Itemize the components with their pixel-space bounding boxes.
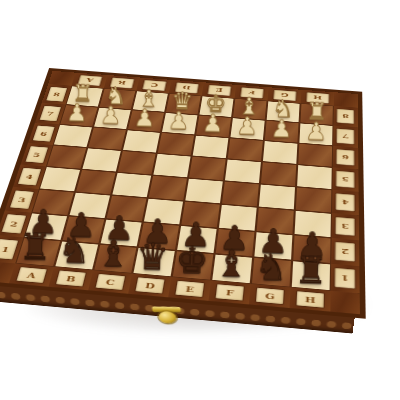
square-c6[interactable] — [122, 130, 161, 154]
piece-light-pawn-g7[interactable]: ♟ — [270, 118, 292, 141]
chess-board: ABCDEFGH8♜♞♝♛♚♝♞♜87♟♟♟♟♟♟♟♟7665544332♟♟♟… — [14, 4, 363, 353]
board-surface: ABCDEFGH8♜♞♝♛♚♝♞♜87♟♟♟♟♟♟♟♟7665544332♟♟♟… — [0, 71, 360, 314]
coordinate-chip: 6 — [33, 126, 54, 142]
square-c4[interactable] — [111, 172, 152, 198]
square-h7[interactable]: ♟ — [298, 123, 333, 146]
square-g6[interactable] — [262, 140, 298, 164]
square-e6[interactable] — [192, 135, 230, 159]
rank-label-right-4: 4 — [332, 190, 359, 216]
square-a7[interactable]: ♟ — [59, 105, 98, 127]
coordinate-chip: 1 — [0, 239, 18, 259]
frame-corner — [330, 291, 360, 314]
square-c5[interactable] — [117, 150, 157, 175]
coordinate-chip: 7 — [40, 106, 61, 121]
coordinate-chip: 3 — [336, 217, 355, 236]
coordinate-chip: D — [135, 277, 165, 293]
coordinate-chip: C — [95, 274, 125, 290]
square-g5[interactable] — [260, 162, 297, 187]
square-g1[interactable]: ♞ — [251, 257, 292, 287]
rank-label-right-7: 7 — [333, 125, 358, 147]
square-h6[interactable] — [297, 143, 333, 167]
piece-dark-knight-b1[interactable]: ♞ — [58, 232, 91, 267]
square-f6[interactable] — [227, 138, 264, 162]
square-g4[interactable] — [258, 184, 296, 210]
square-h4[interactable] — [295, 187, 333, 213]
square-h1[interactable]: ♜ — [291, 260, 332, 291]
square-e4[interactable] — [184, 178, 224, 204]
square-f1[interactable]: ♝ — [211, 254, 253, 284]
square-b5[interactable] — [81, 148, 122, 173]
piece-dark-bishop-f1[interactable]: ♝ — [215, 246, 249, 281]
square-d4[interactable] — [148, 175, 188, 201]
board-grid: ABCDEFGH8♜♞♝♛♚♝♞♜87♟♟♟♟♟♟♟♟7665544332♟♟♟… — [0, 71, 360, 314]
square-g7[interactable]: ♟ — [264, 120, 300, 143]
square-e5[interactable] — [188, 156, 227, 181]
square-e1[interactable]: ♚ — [172, 250, 215, 280]
square-f7[interactable]: ♟ — [229, 118, 265, 141]
piece-light-pawn-c7[interactable]: ♟ — [134, 107, 156, 130]
coordinate-chip: F — [215, 284, 244, 301]
piece-light-pawn-b7[interactable]: ♟ — [100, 104, 122, 127]
square-f4[interactable] — [221, 181, 260, 207]
coordinate-chip: 4 — [18, 168, 41, 185]
square-b4[interactable] — [75, 169, 117, 195]
square-d7[interactable]: ♟ — [161, 112, 198, 135]
rank-label-right-5: 5 — [332, 167, 358, 192]
square-b6[interactable] — [87, 127, 127, 150]
piece-dark-knight-g1[interactable]: ♞ — [254, 249, 288, 285]
piece-light-pawn-a7[interactable]: ♟ — [66, 102, 88, 125]
rank-label-right-1: 1 — [331, 264, 360, 294]
coordinate-chip: 8 — [337, 109, 354, 124]
coordinate-chip: 5 — [26, 146, 48, 162]
coordinate-chip: G — [256, 288, 284, 305]
piece-dark-rook-a1[interactable]: ♜ — [19, 229, 52, 264]
square-f5[interactable] — [224, 159, 262, 184]
coordinate-chip: H — [296, 291, 324, 308]
square-c1[interactable]: ♝ — [93, 244, 138, 274]
photo-canvas: ABCDEFGH8♜♞♝♛♚♝♞♜87♟♟♟♟♟♟♟♟7665544332♟♟♟… — [0, 0, 400, 400]
coordinate-chip: B — [56, 270, 86, 286]
coordinate-chip: 7 — [337, 129, 354, 145]
coordinate-chip: 8 — [47, 87, 67, 101]
piece-dark-queen-d1[interactable]: ♛ — [136, 239, 169, 274]
square-d1[interactable]: ♛ — [132, 247, 176, 277]
clasp-knob-icon — [158, 311, 177, 323]
square-d6[interactable] — [157, 132, 195, 156]
rank-label-right-6: 6 — [333, 146, 359, 169]
coordinate-chip: 2 — [336, 242, 355, 262]
square-h5[interactable] — [296, 164, 333, 189]
piece-light-pawn-e7[interactable]: ♟ — [202, 112, 224, 135]
rank-label-left-4: 4 — [13, 164, 46, 189]
piece-light-pawn-d7[interactable]: ♟ — [168, 110, 190, 133]
coordinate-chip: E — [175, 281, 204, 297]
coordinate-chip: 1 — [335, 268, 355, 289]
rank-label-right-2: 2 — [331, 238, 359, 266]
brass-clasp[interactable] — [146, 306, 189, 333]
piece-dark-bishop-c1[interactable]: ♝ — [97, 236, 130, 271]
square-b7[interactable]: ♟ — [93, 107, 132, 129]
square-b1[interactable]: ♞ — [54, 241, 99, 271]
piece-light-pawn-h7[interactable]: ♟ — [305, 120, 327, 143]
coordinate-chip: 4 — [336, 194, 354, 212]
square-d5[interactable] — [152, 153, 191, 178]
square-a5[interactable] — [46, 145, 87, 169]
square-c7[interactable]: ♟ — [127, 110, 165, 133]
piece-dark-king-e1[interactable]: ♚ — [175, 242, 209, 277]
rank-label-right-8: 8 — [333, 106, 358, 128]
coordinate-chip: 5 — [337, 171, 355, 188]
square-e7[interactable]: ♟ — [195, 115, 232, 138]
piece-dark-rook-h1[interactable]: ♜ — [294, 252, 328, 288]
coordinate-chip: A — [16, 267, 47, 283]
rank-label-right-3: 3 — [332, 213, 360, 240]
coordinate-chip: 6 — [337, 149, 354, 165]
piece-light-pawn-f7[interactable]: ♟ — [236, 115, 258, 138]
rank-label-left-6: 6 — [28, 122, 59, 145]
